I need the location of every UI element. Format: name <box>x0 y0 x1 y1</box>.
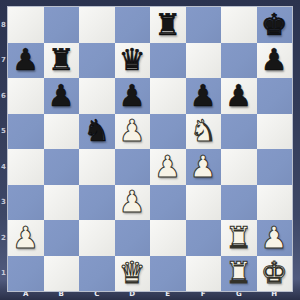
black-pawn-f6[interactable]: ♟ <box>186 78 222 114</box>
rank-label-3: 3 <box>0 198 7 206</box>
black-pawn-b6[interactable]: ♟ <box>44 78 80 114</box>
square-g8[interactable] <box>221 7 257 43</box>
rank-label-5: 5 <box>0 127 7 135</box>
square-h2[interactable]: ♟ <box>257 220 293 256</box>
square-b5[interactable] <box>44 114 80 150</box>
square-b8[interactable] <box>44 7 80 43</box>
square-h1[interactable]: ♚ <box>257 256 293 292</box>
square-h8[interactable]: ♚ <box>257 7 293 43</box>
black-rook-e8[interactable]: ♜ <box>150 7 186 43</box>
square-a7[interactable]: ♟ <box>8 43 44 79</box>
square-h5[interactable] <box>257 114 293 150</box>
white-rook-g1[interactable]: ♜ <box>221 256 257 292</box>
square-c6[interactable] <box>79 78 115 114</box>
rank-label-6: 6 <box>0 92 7 100</box>
square-f7[interactable] <box>186 43 222 79</box>
black-pawn-d6[interactable]: ♟ <box>115 78 151 114</box>
rank-label-1: 1 <box>0 269 7 277</box>
square-f1[interactable] <box>186 256 222 292</box>
white-knight-f5[interactable]: ♞ <box>186 114 222 150</box>
square-c7[interactable] <box>79 43 115 79</box>
square-h7[interactable]: ♟ <box>257 43 293 79</box>
square-d5[interactable]: ♟ <box>115 114 151 150</box>
square-h3[interactable] <box>257 185 293 221</box>
square-c4[interactable] <box>79 149 115 185</box>
square-e6[interactable] <box>150 78 186 114</box>
black-queen-d7[interactable]: ♛ <box>115 43 151 79</box>
square-a8[interactable] <box>8 7 44 43</box>
square-e1[interactable] <box>150 256 186 292</box>
square-f3[interactable] <box>186 185 222 221</box>
square-g7[interactable] <box>221 43 257 79</box>
square-g3[interactable] <box>221 185 257 221</box>
square-c3[interactable] <box>79 185 115 221</box>
square-e8[interactable]: ♜ <box>150 7 186 43</box>
square-c1[interactable] <box>79 256 115 292</box>
rank-label-8: 8 <box>0 21 7 29</box>
square-d8[interactable] <box>115 7 151 43</box>
square-f8[interactable] <box>186 7 222 43</box>
square-b7[interactable]: ♜ <box>44 43 80 79</box>
chess-board-frame: 87654321 ABCDEFGH ♜♚♟♜♛♟♟♟♟♟♞♟♞♟♟♟♟♜♟♛♜♚ <box>0 0 300 300</box>
square-f6[interactable]: ♟ <box>186 78 222 114</box>
white-pawn-e4[interactable]: ♟ <box>150 149 186 185</box>
square-a2[interactable]: ♟ <box>8 220 44 256</box>
rank-label-7: 7 <box>0 56 7 64</box>
square-b1[interactable] <box>44 256 80 292</box>
square-b6[interactable]: ♟ <box>44 78 80 114</box>
square-c5[interactable]: ♞ <box>79 114 115 150</box>
square-d4[interactable] <box>115 149 151 185</box>
black-king-h8[interactable]: ♚ <box>257 7 293 43</box>
square-d7[interactable]: ♛ <box>115 43 151 79</box>
chess-board: ♜♚♟♜♛♟♟♟♟♟♞♟♞♟♟♟♟♜♟♛♜♚ <box>7 6 293 292</box>
square-b2[interactable] <box>44 220 80 256</box>
square-a6[interactable] <box>8 78 44 114</box>
square-e7[interactable] <box>150 43 186 79</box>
square-g6[interactable]: ♟ <box>221 78 257 114</box>
white-pawn-f4[interactable]: ♟ <box>186 149 222 185</box>
square-f4[interactable]: ♟ <box>186 149 222 185</box>
square-d3[interactable]: ♟ <box>115 185 151 221</box>
square-h6[interactable] <box>257 78 293 114</box>
rank-label-2: 2 <box>0 234 7 242</box>
square-d2[interactable] <box>115 220 151 256</box>
black-pawn-a7[interactable]: ♟ <box>8 43 44 79</box>
square-c8[interactable] <box>79 7 115 43</box>
square-e3[interactable] <box>150 185 186 221</box>
black-pawn-h7[interactable]: ♟ <box>257 43 293 79</box>
square-a1[interactable] <box>8 256 44 292</box>
square-a3[interactable] <box>8 185 44 221</box>
black-knight-c5[interactable]: ♞ <box>79 114 115 150</box>
white-pawn-d5[interactable]: ♟ <box>115 114 151 150</box>
square-g2[interactable]: ♜ <box>221 220 257 256</box>
square-a4[interactable] <box>8 149 44 185</box>
square-f2[interactable] <box>186 220 222 256</box>
black-rook-b7[interactable]: ♜ <box>44 43 80 79</box>
rank-label-4: 4 <box>0 163 7 171</box>
black-pawn-g6[interactable]: ♟ <box>221 78 257 114</box>
white-rook-g2[interactable]: ♜ <box>221 220 257 256</box>
square-e4[interactable]: ♟ <box>150 149 186 185</box>
square-d6[interactable]: ♟ <box>115 78 151 114</box>
white-king-h1[interactable]: ♚ <box>257 256 293 292</box>
white-pawn-d3[interactable]: ♟ <box>115 185 151 221</box>
square-a5[interactable] <box>8 114 44 150</box>
square-b3[interactable] <box>44 185 80 221</box>
white-queen-d1[interactable]: ♛ <box>115 256 151 292</box>
square-h4[interactable] <box>257 149 293 185</box>
square-e2[interactable] <box>150 220 186 256</box>
white-pawn-a2[interactable]: ♟ <box>8 220 44 256</box>
square-e5[interactable] <box>150 114 186 150</box>
white-pawn-h2[interactable]: ♟ <box>257 220 293 256</box>
square-g1[interactable]: ♜ <box>221 256 257 292</box>
square-d1[interactable]: ♛ <box>115 256 151 292</box>
square-g4[interactable] <box>221 149 257 185</box>
square-f5[interactable]: ♞ <box>186 114 222 150</box>
square-g5[interactable] <box>221 114 257 150</box>
square-b4[interactable] <box>44 149 80 185</box>
square-c2[interactable] <box>79 220 115 256</box>
